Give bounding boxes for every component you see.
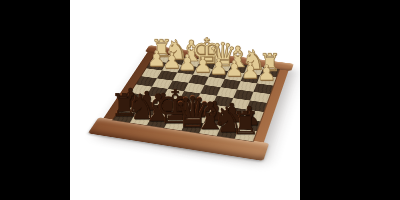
screenshot-canvas: ♜♞♝♛♚♝♞♜♟♟♟♟♟♟♟♟♟♟♟♟♟♟♟♟♜♞♝♛♚♝♞♜ bbox=[0, 0, 400, 200]
chess-set-photo bbox=[70, 0, 300, 200]
letterbox-right bbox=[300, 0, 400, 200]
letterbox-left bbox=[0, 0, 70, 200]
